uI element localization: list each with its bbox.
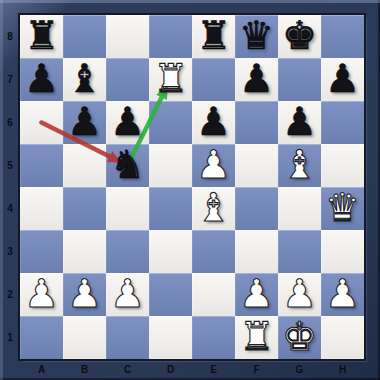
piece-black-pawn-b6[interactable]: ♟ (67, 102, 102, 141)
rank-label-7: 7 (0, 58, 20, 101)
piece-black-rook-e8[interactable]: ♜ (196, 16, 231, 55)
piece-white-pawn-b2[interactable]: ♟ (67, 274, 102, 313)
rank-label-4: 4 (0, 187, 20, 230)
piece-black-pawn-a7[interactable]: ♟ (24, 59, 59, 98)
piece-white-pawn-c2[interactable]: ♟ (110, 274, 145, 313)
piece-white-bishop-g5[interactable]: ♝ (282, 145, 317, 184)
rank-label-6: 6 (0, 101, 20, 144)
piece-white-pawn-f2[interactable]: ♟ (239, 274, 274, 313)
rank-label-5: 5 (0, 144, 20, 187)
file-label-d: D (149, 359, 192, 380)
file-label-a: A (20, 359, 63, 380)
pieces-layer: ♜♜♛♚♟♝♜♟♟♟♟♟♟♞♟♝♝♛♟♟♟♟♟♟♜♚ (20, 15, 364, 359)
piece-white-pawn-g2[interactable]: ♟ (282, 274, 317, 313)
chessboard: ♜♜♛♚♟♝♜♟♟♟♟♟♟♞♟♝♝♛♟♟♟♟♟♟♜♚ (20, 15, 364, 359)
rank-label-3: 3 (0, 230, 20, 273)
chessboard-frame: 87654321 ABCDEFGH ♜♜♛♚♟♝♜♟♟♟♟♟♟♞♟♝♝♛♟♟♟♟… (0, 0, 380, 380)
piece-white-rook-d7[interactable]: ♜ (153, 59, 188, 98)
piece-black-pawn-f7[interactable]: ♟ (239, 59, 274, 98)
piece-black-pawn-e6[interactable]: ♟ (196, 102, 231, 141)
piece-white-queen-h4[interactable]: ♛ (325, 188, 360, 227)
rank-label-8: 8 (0, 15, 20, 58)
piece-white-pawn-h2[interactable]: ♟ (325, 274, 360, 313)
file-label-b: B (63, 359, 106, 380)
piece-white-rook-f1[interactable]: ♜ (239, 317, 274, 356)
piece-black-queen-f8[interactable]: ♛ (239, 16, 274, 55)
rank-label-1: 1 (0, 316, 20, 359)
piece-black-bishop-b7[interactable]: ♝ (67, 59, 102, 98)
piece-black-pawn-h7[interactable]: ♟ (325, 59, 360, 98)
piece-white-pawn-e5[interactable]: ♟ (196, 145, 231, 184)
file-label-f: F (235, 359, 278, 380)
piece-black-pawn-c6[interactable]: ♟ (110, 102, 145, 141)
piece-black-rook-a8[interactable]: ♜ (24, 16, 59, 55)
file-label-c: C (106, 359, 149, 380)
piece-white-king-g1[interactable]: ♚ (282, 317, 317, 356)
file-label-g: G (278, 359, 321, 380)
piece-black-knight-c5[interactable]: ♞ (110, 145, 145, 184)
piece-white-bishop-e4[interactable]: ♝ (196, 188, 231, 227)
file-label-e: E (192, 359, 235, 380)
piece-black-king-g8[interactable]: ♚ (282, 16, 317, 55)
piece-white-pawn-a2[interactable]: ♟ (24, 274, 59, 313)
rank-label-2: 2 (0, 273, 20, 316)
piece-black-pawn-g6[interactable]: ♟ (282, 102, 317, 141)
file-label-h: H (321, 359, 364, 380)
